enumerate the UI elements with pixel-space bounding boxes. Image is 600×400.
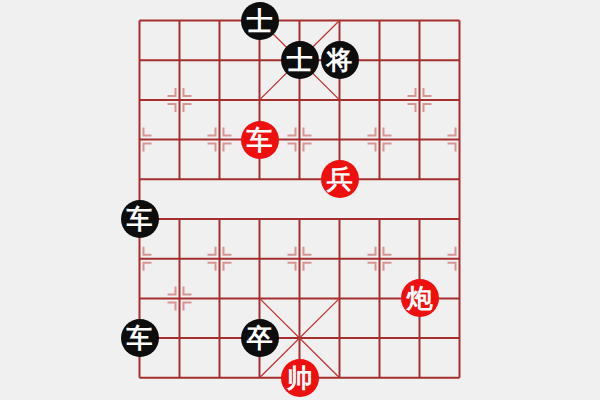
piece-black-chariot[interactable]: 车: [121, 319, 159, 357]
piece-red-general[interactable]: 帅: [281, 359, 319, 397]
piece-red-soldier[interactable]: 兵: [321, 160, 359, 198]
xiangqi-board-screenshot: 士士将车车卒车兵炮帅: [0, 0, 600, 400]
piece-black-soldier[interactable]: 卒: [241, 319, 279, 357]
piece-black-general[interactable]: 将: [321, 41, 359, 79]
piece-black-chariot[interactable]: 车: [121, 200, 159, 238]
piece-red-chariot[interactable]: 车: [241, 121, 279, 159]
piece-black-advisor[interactable]: 士: [241, 2, 279, 40]
piece-red-cannon[interactable]: 炮: [401, 279, 439, 317]
piece-black-advisor[interactable]: 士: [281, 41, 319, 79]
